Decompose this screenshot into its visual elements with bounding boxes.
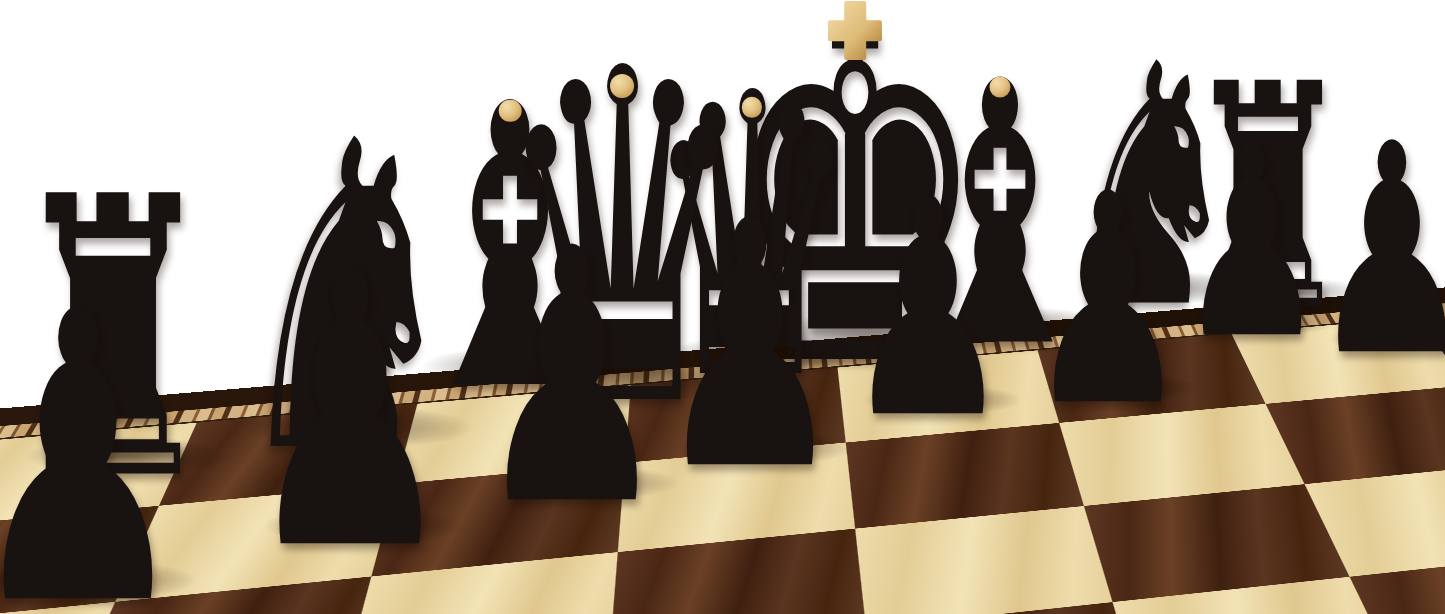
piece-black-pawn-1: ♟: [0, 260, 189, 614]
piece-black-pawn-3: ♟: [475, 203, 670, 553]
piece-black-pawn-4: ♟: [656, 176, 845, 516]
chess-set-photo: ♜♞♝♛♛♚♝♞♜♟♟♟♟♟♟♟♟: [0, 0, 1445, 614]
piece-black-pawn-8: ♟: [1311, 106, 1445, 396]
piece-black-pawn-6: ♟: [1027, 156, 1188, 446]
pieces-layer: ♜♞♝♛♛♚♝♞♜♟♟♟♟♟♟♟♟: [0, 0, 1445, 614]
piece-black-pawn-7: ♟: [1178, 110, 1325, 375]
piece-black-pawn-5: ♟: [845, 160, 1012, 460]
piece-black-pawn-2: ♟: [244, 222, 455, 602]
